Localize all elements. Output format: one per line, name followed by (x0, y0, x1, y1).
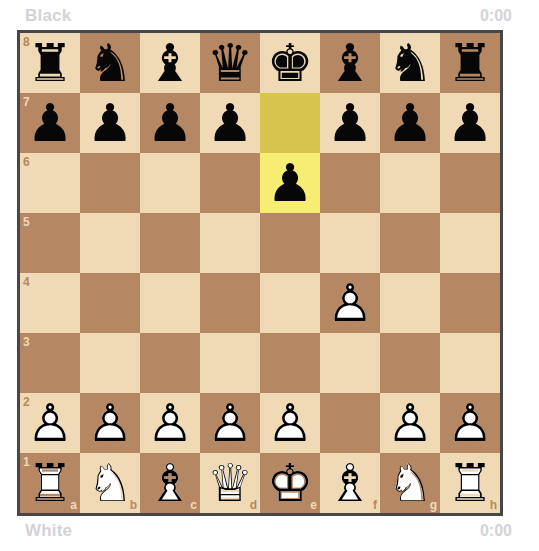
piece-black-pawn[interactable]: ♟ (80, 93, 140, 153)
square-d1[interactable]: d♛♕ (200, 453, 260, 513)
square-c5[interactable] (140, 213, 200, 273)
piece-black-rook[interactable]: ♜ (20, 33, 80, 93)
piece-black-pawn[interactable]: ♟ (200, 93, 260, 153)
square-g1[interactable]: g♞♘ (380, 453, 440, 513)
square-g2[interactable]: ♟♙ (380, 393, 440, 453)
square-d4[interactable] (200, 273, 260, 333)
piece-black-knight[interactable]: ♞ (80, 33, 140, 93)
page-root: Black 0:00 8♜♞♝♛♚♝♞♜7♟♟♟♟♟♟♟6♟54♟♙32♟♙♟♙… (0, 0, 539, 551)
piece-black-bishop[interactable]: ♝ (140, 33, 200, 93)
square-c3[interactable] (140, 333, 200, 393)
piece-white-knight[interactable]: ♘ (80, 453, 140, 513)
square-e6[interactable]: ♟ (260, 153, 320, 213)
square-f5[interactable] (320, 213, 380, 273)
square-b7[interactable]: ♟ (80, 93, 140, 153)
square-c8[interactable]: ♝ (140, 33, 200, 93)
piece-white-pawn[interactable]: ♙ (20, 393, 80, 453)
square-h6[interactable] (440, 153, 500, 213)
square-b8[interactable]: ♞ (80, 33, 140, 93)
square-h7[interactable]: ♟ (440, 93, 500, 153)
rank-label-6: 6 (23, 156, 30, 168)
square-c6[interactable] (140, 153, 200, 213)
square-a8[interactable]: 8♜ (20, 33, 80, 93)
square-h4[interactable] (440, 273, 500, 333)
piece-white-pawn[interactable]: ♙ (440, 393, 500, 453)
square-d7[interactable]: ♟ (200, 93, 260, 153)
rank-label-4: 4 (23, 276, 30, 288)
rank-label-3: 3 (23, 336, 30, 348)
square-a5[interactable]: 5 (20, 213, 80, 273)
square-a2[interactable]: 2♟♙ (20, 393, 80, 453)
piece-black-pawn[interactable]: ♟ (380, 93, 440, 153)
clock-white: 0:00 (480, 522, 512, 540)
player-name-black: Black (25, 6, 71, 26)
piece-white-pawn[interactable]: ♙ (260, 393, 320, 453)
square-f8[interactable]: ♝ (320, 33, 380, 93)
square-f1[interactable]: f♝♗ (320, 453, 380, 513)
square-b2[interactable]: ♟♙ (80, 393, 140, 453)
square-e1[interactable]: e♚♔ (260, 453, 320, 513)
square-h1[interactable]: h♜♖ (440, 453, 500, 513)
piece-black-pawn[interactable]: ♟ (20, 93, 80, 153)
square-a4[interactable]: 4 (20, 273, 80, 333)
square-g3[interactable] (380, 333, 440, 393)
square-f7[interactable]: ♟ (320, 93, 380, 153)
square-b1[interactable]: b♞♘ (80, 453, 140, 513)
piece-white-knight[interactable]: ♘ (380, 453, 440, 513)
piece-white-pawn[interactable]: ♙ (80, 393, 140, 453)
piece-black-pawn[interactable]: ♟ (260, 153, 320, 213)
piece-black-pawn[interactable]: ♟ (140, 93, 200, 153)
square-d3[interactable] (200, 333, 260, 393)
square-b3[interactable] (80, 333, 140, 393)
rank-label-5: 5 (23, 216, 30, 228)
piece-white-king[interactable]: ♔ (260, 453, 320, 513)
square-c1[interactable]: c♝♗ (140, 453, 200, 513)
square-h8[interactable]: ♜ (440, 33, 500, 93)
piece-black-queen[interactable]: ♛ (200, 33, 260, 93)
piece-black-king[interactable]: ♚ (260, 33, 320, 93)
piece-white-bishop[interactable]: ♗ (320, 453, 380, 513)
square-e5[interactable] (260, 213, 320, 273)
square-a7[interactable]: 7♟ (20, 93, 80, 153)
piece-black-pawn[interactable]: ♟ (440, 93, 500, 153)
square-d2[interactable]: ♟♙ (200, 393, 260, 453)
square-f2[interactable] (320, 393, 380, 453)
piece-white-pawn[interactable]: ♙ (380, 393, 440, 453)
square-e8[interactable]: ♚ (260, 33, 320, 93)
top-player-bar: Black 0:00 (25, 6, 512, 26)
square-a6[interactable]: 6 (20, 153, 80, 213)
clock-black: 0:00 (480, 7, 512, 25)
square-d5[interactable] (200, 213, 260, 273)
bottom-player-bar: White 0:00 (25, 521, 512, 541)
square-g7[interactable]: ♟ (380, 93, 440, 153)
square-d8[interactable]: ♛ (200, 33, 260, 93)
square-f4[interactable]: ♟♙ (320, 273, 380, 333)
square-a3[interactable]: 3 (20, 333, 80, 393)
piece-black-rook[interactable]: ♜ (440, 33, 500, 93)
piece-black-knight[interactable]: ♞ (380, 33, 440, 93)
square-c7[interactable]: ♟ (140, 93, 200, 153)
square-c4[interactable] (140, 273, 200, 333)
piece-black-pawn[interactable]: ♟ (320, 93, 380, 153)
piece-white-pawn[interactable]: ♙ (200, 393, 260, 453)
square-b5[interactable] (80, 213, 140, 273)
square-g4[interactable] (380, 273, 440, 333)
piece-white-pawn[interactable]: ♙ (320, 273, 380, 333)
square-e2[interactable]: ♟♙ (260, 393, 320, 453)
chess-board: 8♜♞♝♛♚♝♞♜7♟♟♟♟♟♟♟6♟54♟♙32♟♙♟♙♟♙♟♙♟♙♟♙♟♙1… (17, 30, 503, 516)
square-g6[interactable] (380, 153, 440, 213)
square-e4[interactable] (260, 273, 320, 333)
square-e7[interactable] (260, 93, 320, 153)
piece-black-bishop[interactable]: ♝ (320, 33, 380, 93)
piece-white-queen[interactable]: ♕ (200, 453, 260, 513)
square-h2[interactable]: ♟♙ (440, 393, 500, 453)
square-c2[interactable]: ♟♙ (140, 393, 200, 453)
square-g5[interactable] (380, 213, 440, 273)
square-d6[interactable] (200, 153, 260, 213)
piece-white-rook[interactable]: ♖ (440, 453, 500, 513)
piece-white-pawn[interactable]: ♙ (140, 393, 200, 453)
square-b4[interactable] (80, 273, 140, 333)
square-f3[interactable] (320, 333, 380, 393)
square-a1[interactable]: 1a♜♖ (20, 453, 80, 513)
player-name-white: White (25, 521, 72, 541)
square-g8[interactable]: ♞ (380, 33, 440, 93)
square-b6[interactable] (80, 153, 140, 213)
square-h3[interactable] (440, 333, 500, 393)
piece-white-bishop[interactable]: ♗ (140, 453, 200, 513)
square-e3[interactable] (260, 333, 320, 393)
square-f6[interactable] (320, 153, 380, 213)
square-h5[interactable] (440, 213, 500, 273)
piece-white-rook[interactable]: ♖ (20, 453, 80, 513)
